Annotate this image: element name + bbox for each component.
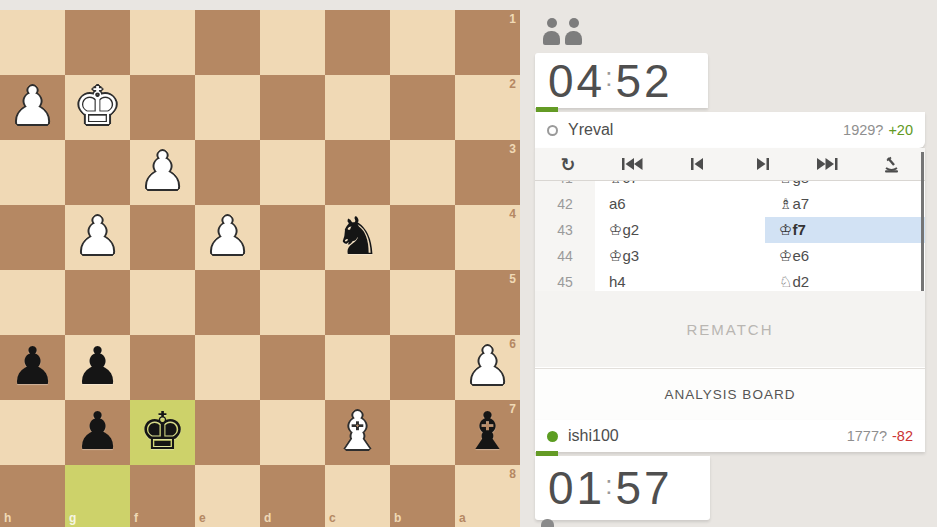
square-c8[interactable]: c [325,465,390,527]
person-icon [543,18,560,45]
square-d1[interactable] [260,10,325,75]
square-c1[interactable] [325,10,390,75]
square-a4[interactable]: 4 [455,205,520,270]
square-g3[interactable] [65,140,130,205]
player-clock: 01:57 [535,456,710,520]
square-f7[interactable]: ♚ [130,400,195,465]
square-b4[interactable] [390,205,455,270]
move-black[interactable]: ♗a7 [765,191,925,217]
square-b2[interactable] [390,75,455,140]
move-white[interactable]: h4 [595,269,765,291]
move-row: 43♔g2♔f7 [535,217,925,243]
square-h8[interactable]: h [0,465,65,527]
player-row: ishi100 1777? -82 [535,420,925,452]
square-a6[interactable]: ♟6 [455,335,520,400]
next-move-button[interactable] [749,154,775,174]
square-e4[interactable]: ♟ [195,205,260,270]
square-c4[interactable]: ♞ [325,205,390,270]
action-icon-partial[interactable] [541,519,556,527]
file-label: e [199,511,206,525]
square-h6[interactable]: ♟ [0,335,65,400]
rank-label: 3 [509,142,516,156]
square-b5[interactable] [390,270,455,335]
move-row: 42a6♗a7 [535,191,925,217]
move-white[interactable]: ♔g2 [595,217,765,243]
person-icon [565,18,582,45]
square-c3[interactable] [325,140,390,205]
player-name-link[interactable]: ishi100 [568,427,847,445]
move-list: 41♗c7♔g842a6♗a743♔g2♔f744♔g3♔e645h4♘d2 [535,181,925,291]
square-d8[interactable]: d [260,465,325,527]
move-row: 41♗c7♔g8 [535,181,925,191]
move-black[interactable]: ♘d2 [765,269,925,291]
rank-label: 4 [509,207,516,221]
piece-bP: ♟ [0,335,65,400]
game-panel: ↻ 41♗c7♔g842a6♗ [535,148,925,420]
file-label: c [329,511,336,525]
move-number: 41 [535,181,595,191]
piece-wP: ♟ [0,75,65,140]
square-b1[interactable] [390,10,455,75]
square-b8[interactable]: b [390,465,455,527]
move-number: 42 [535,191,595,217]
square-f6[interactable] [130,335,195,400]
online-status-icon [547,431,558,442]
move-list-scrollbar[interactable] [921,152,924,292]
square-f2[interactable] [130,75,195,140]
square-h4[interactable] [0,205,65,270]
piece-bK: ♚ [130,400,195,465]
square-f5[interactable] [130,270,195,335]
square-a7[interactable]: ♝7 [455,400,520,465]
rematch-button[interactable]: REMATCH [535,291,925,367]
first-move-button[interactable] [620,154,646,174]
square-d7[interactable] [260,400,325,465]
file-label: d [264,511,271,525]
clock-colon: : [605,470,612,501]
prev-move-button[interactable] [685,154,711,174]
flip-cycle-button[interactable]: ↻ [555,154,581,174]
move-black[interactable]: ♔f7 [765,217,925,243]
square-f8[interactable]: f [130,465,195,527]
square-f1[interactable] [130,10,195,75]
analysis-microscope-icon[interactable] [879,154,905,174]
player-rating-diff: -82 [892,428,913,444]
square-c6[interactable] [325,335,390,400]
square-d5[interactable] [260,270,325,335]
square-g6[interactable]: ♟ [65,335,130,400]
move-number: 45 [535,269,595,291]
chess-board: 1♟♚2♟3♟♟♞45♟♟♟6♟♚♝♝7hgfedcb8a [0,10,520,527]
analysis-board-button[interactable]: ANALYSIS BOARD [535,368,925,420]
square-d6[interactable] [260,335,325,400]
file-label: g [69,511,76,525]
square-e2[interactable] [195,75,260,140]
square-h7[interactable] [0,400,65,465]
square-g4[interactable]: ♟ [65,205,130,270]
square-a8[interactable]: 8a [455,465,520,527]
square-d3[interactable] [260,140,325,205]
square-e7[interactable] [195,400,260,465]
rank-label: 2 [509,77,516,91]
square-h3[interactable] [0,140,65,205]
move-nav-toolbar: ↻ [535,148,925,181]
file-label: b [394,511,401,525]
square-a3[interactable]: 3 [455,140,520,205]
opponent-name-link[interactable]: Yreval [568,121,843,139]
rank-label: 8 [509,467,516,481]
piece-wK: ♚ [65,75,130,140]
rank-label: 1 [509,12,516,26]
rank-label: 7 [509,402,516,416]
square-b7[interactable] [390,400,455,465]
opponent-clock: 04:52 [535,53,708,108]
piece-wP: ♟ [195,205,260,270]
square-g8[interactable]: g [65,465,130,527]
square-e1[interactable] [195,10,260,75]
square-h1[interactable] [0,10,65,75]
file-label: a [459,511,466,525]
piece-bP: ♟ [65,335,130,400]
square-e8[interactable]: e [195,465,260,527]
square-a2[interactable]: 2 [455,75,520,140]
file-label: h [4,511,11,525]
move-number: 43 [535,217,595,243]
clock-seconds: 57 [615,461,672,515]
square-e5[interactable] [195,270,260,335]
last-move-button[interactable] [814,154,840,174]
piece-bP: ♟ [65,400,130,465]
square-a1[interactable]: 1 [455,10,520,75]
square-d2[interactable] [260,75,325,140]
file-label: f [134,511,138,525]
piece-bN: ♞ [325,205,390,270]
move-black[interactable]: ♔e6 [765,243,925,269]
square-g2[interactable]: ♚ [65,75,130,140]
square-h2[interactable]: ♟ [0,75,65,140]
square-c5[interactable] [325,270,390,335]
player-rating: 1777? [847,428,887,444]
square-g1[interactable] [65,10,130,75]
opponent-player-row: Yreval 1929? +20 [535,112,925,148]
opponent-rating: 1929? [843,122,883,138]
rank-label: 6 [509,337,516,351]
square-e6[interactable] [195,335,260,400]
square-g7[interactable]: ♟ [65,400,130,465]
square-c2[interactable] [325,75,390,140]
square-e3[interactable] [195,140,260,205]
rank-label: 5 [509,272,516,286]
square-d4[interactable] [260,205,325,270]
piece-wP: ♟ [65,205,130,270]
piece-wP: ♟ [130,140,195,205]
move-row: 45h4♘d2 [535,269,925,291]
square-f4[interactable] [130,205,195,270]
square-g5[interactable] [65,270,130,335]
square-b3[interactable] [390,140,455,205]
clock-seconds: 52 [615,54,672,108]
square-h5[interactable] [0,270,65,335]
move-black[interactable]: ♔g8 [765,181,925,191]
opponent-rating-diff: +20 [888,122,913,138]
game-page: 1♟♚2♟3♟♟♞45♟♟♟6♟♚♝♝7hgfedcb8a 04:52 Yrev… [0,0,937,527]
move-white[interactable]: ♔g3 [595,243,765,269]
clock-minutes: 04 [548,54,605,108]
offline-status-icon [547,125,558,136]
clock-colon: : [605,62,612,93]
spectators-icon [543,18,587,46]
move-white[interactable]: ♗c7 [595,181,765,191]
square-f3[interactable]: ♟ [130,140,195,205]
square-b6[interactable] [390,335,455,400]
move-number: 44 [535,243,595,269]
clock-minutes: 01 [548,461,605,515]
square-c7[interactable]: ♝ [325,400,390,465]
square-a5[interactable]: 5 [455,270,520,335]
piece-wB: ♝ [325,400,390,465]
move-row: 44♔g3♔e6 [535,243,925,269]
move-white[interactable]: a6 [595,191,765,217]
